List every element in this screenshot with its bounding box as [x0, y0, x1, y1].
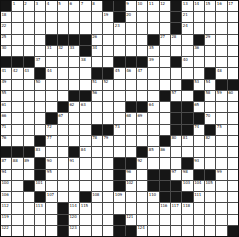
cell-r2c19[interactable]: [216, 23, 226, 33]
cell-r1c19[interactable]: [216, 12, 226, 22]
cell-r1c0[interactable]: 18: [1, 12, 11, 22]
cell-r1c20[interactable]: [228, 12, 238, 22]
cell-r8c20[interactable]: 60: [228, 91, 238, 101]
cell-r11c7[interactable]: [80, 125, 90, 135]
cell-r4c20[interactable]: [228, 46, 238, 56]
cell-r3c9[interactable]: [103, 35, 113, 45]
cell-r19c17[interactable]: [194, 215, 204, 225]
cell-r6c17[interactable]: [194, 68, 204, 78]
cell-r17c4[interactable]: 107: [46, 192, 56, 202]
cell-r5c7[interactable]: 38: [80, 57, 90, 67]
cell-r4c15[interactable]: [171, 46, 181, 56]
cell-r17c6[interactable]: [69, 192, 79, 202]
cell-r12c7[interactable]: [80, 136, 90, 146]
cell-r17c10[interactable]: 109: [114, 192, 124, 202]
cell-r9c18[interactable]: [205, 102, 215, 112]
cell-r20c2[interactable]: [24, 226, 34, 236]
cell-r18c4[interactable]: [46, 203, 56, 213]
cell-r17c20[interactable]: [228, 192, 238, 202]
cell-r16c4[interactable]: [46, 181, 56, 191]
cell-r10c12[interactable]: 69: [137, 113, 147, 123]
cell-r12c13[interactable]: [148, 136, 158, 146]
cell-r1c14[interactable]: [160, 12, 170, 22]
cell-r12c16[interactable]: 81: [182, 136, 192, 146]
cell-r4c10[interactable]: [114, 46, 124, 56]
cell-r13c17[interactable]: [194, 147, 204, 157]
cell-r5c18[interactable]: [205, 57, 215, 67]
cell-r17c5[interactable]: [58, 192, 68, 202]
cell-r11c20[interactable]: [228, 125, 238, 135]
cell-r6c15[interactable]: [171, 68, 181, 78]
cell-r14c20[interactable]: [228, 158, 238, 168]
cell-r14c5[interactable]: [58, 158, 68, 168]
cell-r18c3[interactable]: 113: [35, 203, 45, 213]
cell-r4c12[interactable]: [137, 46, 147, 56]
cell-r7c7[interactable]: [80, 80, 90, 90]
cell-r0c5[interactable]: 5: [58, 1, 68, 11]
cell-r4c5[interactable]: 32: [58, 46, 68, 56]
cell-r16c20[interactable]: [228, 181, 238, 191]
cell-r20c12[interactable]: 124: [137, 226, 147, 236]
cell-r15c9[interactable]: [103, 170, 113, 180]
cell-r19c0[interactable]: 119: [1, 215, 11, 225]
cell-r9c20[interactable]: [228, 102, 238, 112]
cell-r19c20[interactable]: [228, 215, 238, 225]
cell-r7c5[interactable]: [58, 80, 68, 90]
cell-r1c13[interactable]: [148, 12, 158, 22]
cell-r8c8[interactable]: 56: [92, 91, 102, 101]
cell-r11c2[interactable]: [24, 125, 34, 135]
cell-r10c7[interactable]: [80, 113, 90, 123]
cell-r9c7[interactable]: 63: [80, 102, 90, 112]
cell-r12c9[interactable]: 79: [103, 136, 113, 146]
cell-r7c1[interactable]: [12, 80, 22, 90]
cell-r6c20[interactable]: [228, 68, 238, 78]
cell-r18c13[interactable]: [148, 203, 158, 213]
cell-r16c0[interactable]: 100: [1, 181, 11, 191]
cell-r5c20[interactable]: [228, 57, 238, 67]
cell-r20c17[interactable]: [194, 226, 204, 236]
cell-r18c18[interactable]: [205, 203, 215, 213]
cell-r16c7[interactable]: [80, 181, 90, 191]
cell-r4c0[interactable]: 30: [1, 46, 11, 56]
cell-r20c18[interactable]: [205, 226, 215, 236]
cell-r18c17[interactable]: [194, 203, 204, 213]
cell-r2c7[interactable]: [80, 23, 90, 33]
cell-r16c18[interactable]: 105: [205, 181, 215, 191]
cell-r14c14[interactable]: [160, 158, 170, 168]
cell-r9c9[interactable]: [103, 102, 113, 112]
cell-r17c11[interactable]: [126, 192, 136, 202]
cell-r4c13[interactable]: 35: [148, 46, 158, 56]
cell-r13c7[interactable]: 84: [80, 147, 90, 157]
cell-r12c4[interactable]: 77: [46, 136, 56, 146]
cell-r4c18[interactable]: [205, 46, 215, 56]
cell-r1c9[interactable]: 19: [103, 12, 113, 22]
cell-r19c12[interactable]: [137, 215, 147, 225]
cell-r13c18[interactable]: [205, 147, 215, 157]
cell-r0c20[interactable]: 17: [228, 1, 238, 11]
cell-r2c8[interactable]: [92, 23, 102, 33]
cell-r1c1[interactable]: [12, 12, 22, 22]
cell-r13c8[interactable]: [92, 147, 102, 157]
cell-r10c14[interactable]: [160, 113, 170, 123]
cell-r9c1[interactable]: [12, 102, 22, 112]
cell-r8c0[interactable]: 55: [1, 91, 11, 101]
cell-r8c2[interactable]: [24, 91, 34, 101]
cell-r0c11[interactable]: 9: [126, 1, 136, 11]
cell-r20c14[interactable]: [160, 226, 170, 236]
cell-r19c15[interactable]: [171, 215, 181, 225]
cell-r7c2[interactable]: [24, 80, 34, 90]
cell-r11c19[interactable]: 75: [216, 125, 226, 135]
cell-r18c9[interactable]: [103, 203, 113, 213]
cell-r9c10[interactable]: [114, 102, 124, 112]
cell-r2c6[interactable]: [69, 23, 79, 33]
cell-r3c8[interactable]: 26: [92, 35, 102, 45]
cell-r1c12[interactable]: [137, 12, 147, 22]
cell-r14c4[interactable]: 90: [46, 158, 56, 168]
cell-r1c2[interactable]: [24, 12, 34, 22]
cell-r10c18[interactable]: 70: [205, 113, 215, 123]
cell-r7c13[interactable]: [148, 80, 158, 90]
cell-r8c13[interactable]: [148, 91, 158, 101]
cell-r8c4[interactable]: [46, 91, 56, 101]
cell-r6c16[interactable]: [182, 68, 192, 78]
cell-r16c12[interactable]: [137, 181, 147, 191]
cell-r7c6[interactable]: [69, 80, 79, 90]
cell-r7c14[interactable]: [160, 80, 170, 90]
cell-r0c6[interactable]: 6: [69, 1, 79, 11]
cell-r3c10[interactable]: [114, 35, 124, 45]
cell-r8c16[interactable]: [182, 91, 192, 101]
cell-r2c13[interactable]: [148, 23, 158, 33]
cell-r14c2[interactable]: 89: [24, 158, 34, 168]
cell-r17c8[interactable]: 108: [92, 192, 102, 202]
cell-r20c1[interactable]: [12, 226, 22, 236]
cell-r12c17[interactable]: [194, 136, 204, 146]
cell-r16c9[interactable]: [103, 181, 113, 191]
cell-r4c6[interactable]: 33: [69, 46, 79, 56]
cell-r11c1[interactable]: [12, 125, 22, 135]
cell-r15c6[interactable]: [69, 170, 79, 180]
cell-r3c2[interactable]: [24, 35, 34, 45]
cell-r20c13[interactable]: [148, 226, 158, 236]
cell-r18c16[interactable]: 118: [182, 203, 192, 213]
cell-r6c12[interactable]: 47: [137, 68, 147, 78]
cell-r4c9[interactable]: [103, 46, 113, 56]
cell-r12c0[interactable]: 76: [1, 136, 11, 146]
cell-r11c0[interactable]: 71: [1, 125, 11, 135]
cell-r20c6[interactable]: 123: [69, 226, 79, 236]
cell-r20c19[interactable]: [216, 226, 226, 236]
cell-r6c14[interactable]: [160, 68, 170, 78]
cell-r14c0[interactable]: 87: [1, 158, 11, 168]
cell-r12c2[interactable]: [24, 136, 34, 146]
cell-r19c7[interactable]: [80, 215, 90, 225]
cell-r5c8[interactable]: [92, 57, 102, 67]
cell-r18c10[interactable]: [114, 203, 124, 213]
cell-r11c12[interactable]: [137, 125, 147, 135]
cell-r7c18[interactable]: 54: [205, 80, 215, 90]
cell-r14c1[interactable]: 88: [12, 158, 22, 168]
cell-r18c12[interactable]: [137, 203, 147, 213]
cell-r14c7[interactable]: [80, 158, 90, 168]
cell-r2c4[interactable]: [46, 23, 56, 33]
cell-r0c4[interactable]: 4: [46, 1, 56, 11]
cell-r5c19[interactable]: [216, 57, 226, 67]
cell-r2c18[interactable]: [205, 23, 215, 33]
cell-r1c4[interactable]: [46, 12, 56, 22]
cell-r16c16[interactable]: 103: [182, 181, 192, 191]
cell-r14c12[interactable]: 92: [137, 158, 147, 168]
cell-r1c8[interactable]: [92, 12, 102, 22]
cell-r10c19[interactable]: [216, 113, 226, 123]
cell-r12c20[interactable]: [228, 136, 238, 146]
cell-r20c16[interactable]: [182, 226, 192, 236]
cell-r2c0[interactable]: 22: [1, 23, 11, 33]
cell-r15c8[interactable]: [92, 170, 102, 180]
cell-r3c15[interactable]: 28: [171, 35, 181, 45]
cell-r19c9[interactable]: [103, 215, 113, 225]
cell-r2c11[interactable]: [126, 23, 136, 33]
cell-r19c2[interactable]: [24, 215, 34, 225]
cell-r14c19[interactable]: [216, 158, 226, 168]
cell-r0c19[interactable]: 16: [216, 1, 226, 11]
cell-r9c17[interactable]: 65: [194, 102, 204, 112]
cell-r9c8[interactable]: [92, 102, 102, 112]
cell-r13c16[interactable]: [182, 147, 192, 157]
cell-r0c3[interactable]: 3: [35, 1, 45, 11]
cell-r19c1[interactable]: [12, 215, 22, 225]
cell-r17c18[interactable]: [205, 192, 215, 202]
cell-r7c4[interactable]: [46, 80, 56, 90]
cell-r18c1[interactable]: [12, 203, 22, 213]
cell-r2c20[interactable]: [228, 23, 238, 33]
cell-r10c3[interactable]: [35, 113, 45, 123]
cell-r19c8[interactable]: [92, 215, 102, 225]
cell-r6c13[interactable]: [148, 68, 158, 78]
cell-r10c8[interactable]: [92, 113, 102, 123]
cell-r2c10[interactable]: 23: [114, 23, 124, 33]
cell-r2c1[interactable]: [12, 23, 22, 33]
cell-r10c5[interactable]: 67: [58, 113, 68, 123]
cell-r13c13[interactable]: 85: [148, 147, 158, 157]
cell-r20c0[interactable]: 122: [1, 226, 11, 236]
cell-r12c6[interactable]: [69, 136, 79, 146]
cell-r0c12[interactable]: 10: [137, 1, 147, 11]
cell-r18c0[interactable]: 112: [1, 203, 11, 213]
cell-r10c13[interactable]: [148, 113, 158, 123]
cell-r7c15[interactable]: [171, 80, 181, 90]
cell-r3c3[interactable]: [35, 35, 45, 45]
cell-r14c15[interactable]: [171, 158, 181, 168]
cell-r11c4[interactable]: 72: [46, 125, 56, 135]
cell-r6c5[interactable]: [58, 68, 68, 78]
cell-r8c5[interactable]: [58, 91, 68, 101]
cell-r8c10[interactable]: [114, 91, 124, 101]
cell-r20c3[interactable]: [35, 226, 45, 236]
cell-r16c5[interactable]: [58, 181, 68, 191]
cell-r14c6[interactable]: 91: [69, 158, 79, 168]
cell-r10c9[interactable]: [103, 113, 113, 123]
cell-r9c14[interactable]: [160, 102, 170, 112]
cell-r16c19[interactable]: [216, 181, 226, 191]
cell-r6c19[interactable]: 48: [216, 68, 226, 78]
cell-r16c3[interactable]: 101: [35, 181, 45, 191]
cell-r8c12[interactable]: [137, 91, 147, 101]
cell-r15c0[interactable]: 94: [1, 170, 11, 180]
cell-r10c11[interactable]: 68: [126, 113, 136, 123]
cell-r9c13[interactable]: 64: [148, 102, 158, 112]
cell-r18c20[interactable]: [228, 203, 238, 213]
cell-r20c8[interactable]: [92, 226, 102, 236]
cell-r2c16[interactable]: 24: [182, 23, 192, 33]
cell-r5c4[interactable]: [46, 57, 56, 67]
cell-r2c12[interactable]: [137, 23, 147, 33]
cell-r19c16[interactable]: [182, 215, 192, 225]
cell-r3c12[interactable]: [137, 35, 147, 45]
cell-r16c1[interactable]: [12, 181, 22, 191]
cell-r7c10[interactable]: [114, 80, 124, 90]
cell-r6c7[interactable]: [80, 68, 90, 78]
cell-r16c8[interactable]: [92, 181, 102, 191]
cell-r10c0[interactable]: 66: [1, 113, 11, 123]
cell-r11c3[interactable]: [35, 125, 45, 135]
cell-r3c19[interactable]: [216, 35, 226, 45]
cell-r17c0[interactable]: 106: [1, 192, 11, 202]
cell-r0c2[interactable]: 2: [24, 1, 34, 11]
cell-r19c14[interactable]: [160, 215, 170, 225]
cell-r10c6[interactable]: [69, 113, 79, 123]
cell-r11c17[interactable]: 74: [194, 125, 204, 135]
cell-r13c19[interactable]: [216, 147, 226, 157]
cell-r17c17[interactable]: 111: [194, 192, 204, 202]
cell-r8c19[interactable]: 59: [216, 91, 226, 101]
cell-r17c12[interactable]: [137, 192, 147, 202]
cell-r20c15[interactable]: [171, 226, 181, 236]
cell-r11c13[interactable]: [148, 125, 158, 135]
cell-r7c9[interactable]: 52: [103, 80, 113, 90]
cell-r14c17[interactable]: 93: [194, 158, 204, 168]
cell-r11c11[interactable]: [126, 125, 136, 135]
cell-r1c7[interactable]: [80, 12, 90, 22]
cell-r13c20[interactable]: [228, 147, 238, 157]
cell-r18c19[interactable]: [216, 203, 226, 213]
cell-r7c17[interactable]: 53: [194, 80, 204, 90]
cell-r4c16[interactable]: [182, 46, 192, 56]
cell-r8c11[interactable]: [126, 91, 136, 101]
cell-r4c11[interactable]: [126, 46, 136, 56]
cell-r4c14[interactable]: [160, 46, 170, 56]
cell-r3c1[interactable]: [12, 35, 22, 45]
cell-r4c8[interactable]: 34: [92, 46, 102, 56]
cell-r0c7[interactable]: 7: [80, 1, 90, 11]
cell-r9c4[interactable]: [46, 102, 56, 112]
cell-r3c20[interactable]: [228, 35, 238, 45]
cell-r13c10[interactable]: [114, 147, 124, 157]
cell-r18c7[interactable]: 115: [80, 203, 90, 213]
cell-r12c5[interactable]: [58, 136, 68, 146]
cell-r0c18[interactable]: 15: [205, 1, 215, 11]
cell-r17c13[interactable]: 110: [148, 192, 158, 202]
cell-r10c2[interactable]: [24, 113, 34, 123]
cell-r15c15[interactable]: 97: [171, 170, 181, 180]
cell-r2c9[interactable]: [103, 23, 113, 33]
cell-r5c6[interactable]: [69, 57, 79, 67]
cell-r15c20[interactable]: [228, 170, 238, 180]
cell-r1c5[interactable]: [58, 12, 68, 22]
cell-r2c2[interactable]: [24, 23, 34, 33]
cell-r1c16[interactable]: 21: [182, 12, 192, 22]
cell-r17c9[interactable]: [103, 192, 113, 202]
cell-r6c6[interactable]: [69, 68, 79, 78]
cell-r5c9[interactable]: [103, 57, 113, 67]
cell-r20c9[interactable]: [103, 226, 113, 236]
cell-r8c3[interactable]: [35, 91, 45, 101]
cell-r7c0[interactable]: 49: [1, 80, 11, 90]
cell-r10c1[interactable]: [12, 113, 22, 123]
cell-r18c14[interactable]: 116: [160, 203, 170, 213]
cell-r7c11[interactable]: [126, 80, 136, 90]
cell-r8c9[interactable]: [103, 91, 113, 101]
cell-r9c0[interactable]: 61: [1, 102, 11, 112]
cell-r8c18[interactable]: 58: [205, 91, 215, 101]
cell-r8c1[interactable]: [12, 91, 22, 101]
cell-r19c11[interactable]: 121: [126, 215, 136, 225]
cell-r12c8[interactable]: 78: [92, 136, 102, 146]
cell-r6c0[interactable]: 41: [1, 68, 11, 78]
cell-r19c18[interactable]: [205, 215, 215, 225]
cell-r18c2[interactable]: [24, 203, 34, 213]
cell-r7c3[interactable]: 50: [35, 80, 45, 90]
cell-r15c7[interactable]: [80, 170, 90, 180]
cell-r19c19[interactable]: [216, 215, 226, 225]
cell-r1c11[interactable]: 20: [126, 12, 136, 22]
cell-r2c3[interactable]: [35, 23, 45, 33]
cell-r15c5[interactable]: [58, 170, 68, 180]
cell-r11c5[interactable]: [58, 125, 68, 135]
cell-r15c19[interactable]: 99: [216, 170, 226, 180]
cell-r19c13[interactable]: [148, 215, 158, 225]
cell-r3c14[interactable]: 27: [160, 35, 170, 45]
cell-r18c15[interactable]: 117: [171, 203, 181, 213]
cell-r2c17[interactable]: [194, 23, 204, 33]
cell-r3c18[interactable]: 29: [205, 35, 215, 45]
cell-r4c19[interactable]: [216, 46, 226, 56]
cell-r5c16[interactable]: 40: [182, 57, 192, 67]
cell-r15c12[interactable]: [137, 170, 147, 180]
cell-r12c19[interactable]: [216, 136, 226, 146]
cell-r20c4[interactable]: [46, 226, 56, 236]
cell-r11c14[interactable]: [160, 125, 170, 135]
cell-r5c3[interactable]: 37: [35, 57, 45, 67]
cell-r5c17[interactable]: [194, 57, 204, 67]
cell-r8c15[interactable]: 57: [171, 91, 181, 101]
cell-r15c16[interactable]: 98: [182, 170, 192, 180]
cell-r2c5[interactable]: [58, 23, 68, 33]
cell-r7c12[interactable]: [137, 80, 147, 90]
cell-r13c5[interactable]: [58, 147, 68, 157]
cell-r14c18[interactable]: [205, 158, 215, 168]
cell-r18c11[interactable]: [126, 203, 136, 213]
cell-r16c17[interactable]: 104: [194, 181, 204, 191]
cell-r1c18[interactable]: [205, 12, 215, 22]
cell-r17c2[interactable]: [24, 192, 34, 202]
cell-r17c1[interactable]: [12, 192, 22, 202]
cell-r13c11[interactable]: [126, 147, 136, 157]
cell-r5c13[interactable]: 39: [148, 57, 158, 67]
